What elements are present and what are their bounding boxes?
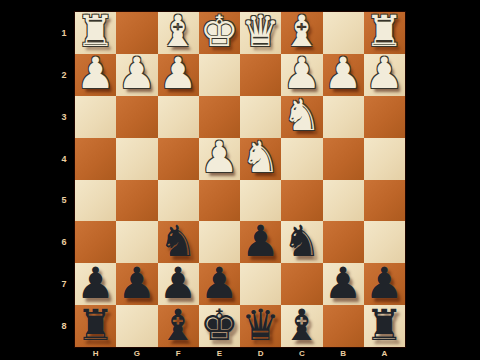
chess-board: 12345678 ♜♝♚♛♝♜♟♟♟♟♟♟♞♟♞♞♟♞♟♟♟♟♟♟♜♝♚♛♝♜ … xyxy=(42,0,437,360)
piece-bP-g7: ♟ xyxy=(118,263,157,304)
square-d2 xyxy=(240,54,281,96)
square-d4: ♞ xyxy=(240,138,281,180)
piece-bP-e7: ♟ xyxy=(200,263,239,304)
square-h3 xyxy=(75,96,116,138)
piece-bP-a7: ♟ xyxy=(365,263,404,304)
piece-bP-b7: ♟ xyxy=(324,263,363,304)
piece-wN-d4: ♞ xyxy=(241,137,280,178)
piece-bP-h7: ♟ xyxy=(76,263,115,304)
square-g3 xyxy=(116,96,157,138)
square-c4 xyxy=(281,138,322,180)
file-labels: HGFEDCBA xyxy=(75,347,405,359)
board-grid: ♜♝♚♛♝♜♟♟♟♟♟♟♞♟♞♞♟♞♟♟♟♟♟♟♜♝♚♛♝♜ xyxy=(75,12,405,347)
piece-wP-c2: ♟ xyxy=(283,53,322,94)
piece-bB-f8: ♝ xyxy=(159,305,198,346)
square-h5 xyxy=(75,180,116,222)
piece-wP-e4: ♟ xyxy=(200,137,239,178)
square-d8: ♛ xyxy=(240,305,281,347)
piece-wK-e1: ♚ xyxy=(200,11,239,52)
file-label-d: D xyxy=(240,347,281,359)
file-label-c: C xyxy=(281,347,322,359)
square-h2: ♟ xyxy=(75,54,116,96)
square-g7: ♟ xyxy=(116,263,157,305)
piece-wB-c1: ♝ xyxy=(283,11,322,52)
square-b4 xyxy=(323,138,364,180)
square-h4 xyxy=(75,138,116,180)
piece-wQ-d1: ♛ xyxy=(241,11,280,52)
piece-wP-f2: ♟ xyxy=(159,53,198,94)
file-label-e: E xyxy=(199,347,240,359)
piece-wP-g2: ♟ xyxy=(118,53,157,94)
piece-bR-a8: ♜ xyxy=(365,305,404,346)
rank-labels: 12345678 xyxy=(54,12,74,347)
square-f2: ♟ xyxy=(158,54,199,96)
square-a5 xyxy=(364,180,405,222)
rank-label-3: 3 xyxy=(54,96,74,138)
square-a8: ♜ xyxy=(364,305,405,347)
square-e4: ♟ xyxy=(199,138,240,180)
square-d6: ♟ xyxy=(240,221,281,263)
piece-bR-h8: ♜ xyxy=(76,305,115,346)
rank-label-2: 2 xyxy=(54,54,74,96)
square-e1: ♚ xyxy=(199,12,240,54)
rank-label-1: 1 xyxy=(54,12,74,54)
square-b5 xyxy=(323,180,364,222)
square-f4 xyxy=(158,138,199,180)
file-label-f: F xyxy=(158,347,199,359)
piece-wR-a1: ♜ xyxy=(365,11,404,52)
square-b7: ♟ xyxy=(323,263,364,305)
square-d1: ♛ xyxy=(240,12,281,54)
square-h8: ♜ xyxy=(75,305,116,347)
piece-wR-h1: ♜ xyxy=(76,11,115,52)
square-g8 xyxy=(116,305,157,347)
piece-bP-f7: ♟ xyxy=(159,263,198,304)
piece-wP-h2: ♟ xyxy=(76,53,115,94)
square-a4 xyxy=(364,138,405,180)
square-a3 xyxy=(364,96,405,138)
piece-bK-e8: ♚ xyxy=(200,305,239,346)
file-label-a: A xyxy=(364,347,405,359)
square-g4 xyxy=(116,138,157,180)
square-e8: ♚ xyxy=(199,305,240,347)
rank-label-7: 7 xyxy=(54,263,74,305)
square-f8: ♝ xyxy=(158,305,199,347)
piece-wN-c3: ♞ xyxy=(283,95,322,136)
square-g2: ♟ xyxy=(116,54,157,96)
piece-wP-b2: ♟ xyxy=(324,53,363,94)
rank-label-8: 8 xyxy=(54,305,74,347)
rank-label-5: 5 xyxy=(54,180,74,222)
file-label-b: B xyxy=(323,347,364,359)
square-c6: ♞ xyxy=(281,221,322,263)
piece-bN-c6: ♞ xyxy=(283,221,322,262)
piece-bB-c8: ♝ xyxy=(283,305,322,346)
square-b8 xyxy=(323,305,364,347)
square-g5 xyxy=(116,180,157,222)
rank-label-4: 4 xyxy=(54,138,74,180)
square-f3 xyxy=(158,96,199,138)
square-b2: ♟ xyxy=(323,54,364,96)
square-e2 xyxy=(199,54,240,96)
piece-wB-f1: ♝ xyxy=(159,11,198,52)
piece-wP-a2: ♟ xyxy=(365,53,404,94)
piece-bQ-d8: ♛ xyxy=(241,305,280,346)
square-b3 xyxy=(323,96,364,138)
file-label-g: G xyxy=(116,347,157,359)
square-c8: ♝ xyxy=(281,305,322,347)
piece-bN-f6: ♞ xyxy=(159,221,198,262)
square-a2: ♟ xyxy=(364,54,405,96)
file-label-h: H xyxy=(75,347,116,359)
rank-label-6: 6 xyxy=(54,221,74,263)
square-e5 xyxy=(199,180,240,222)
square-c3: ♞ xyxy=(281,96,322,138)
piece-bP-d6: ♟ xyxy=(241,221,280,262)
video-frame: 12345678 ♜♝♚♛♝♜♟♟♟♟♟♟♞♟♞♞♟♞♟♟♟♟♟♟♜♝♚♛♝♜ … xyxy=(0,0,480,360)
